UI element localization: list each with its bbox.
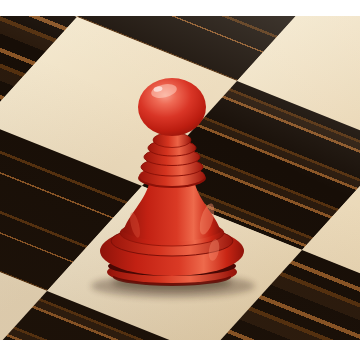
top-white-band [0, 0, 360, 16]
chessboard-photo [0, 16, 360, 340]
bottom-white-band [0, 340, 360, 360]
chess-photo-canvas [0, 0, 360, 360]
chess-board [0, 16, 360, 340]
